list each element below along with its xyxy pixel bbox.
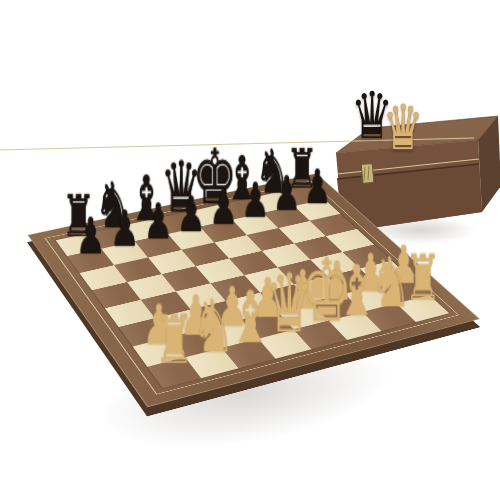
square-c5 xyxy=(162,266,211,291)
black-rook: ♜ xyxy=(285,141,319,196)
chess-board: ♜♞♝♛♚♝♞♜♟♟♟♟♟♟♟♟♟♟♟♟♟♟♟♟♜♞♝♛♚♝♞♜ xyxy=(28,173,480,407)
white-pawn: ♟ xyxy=(385,238,423,290)
scene: ♜♞♝♛♚♝♞♜♟♟♟♟♟♟♟♟♟♟♟♟♟♟♟♟♜♞♝♛♚♝♞♜ xyxy=(0,0,500,500)
board-field: ♜♞♝♛♚♝♞♜♟♟♟♟♟♟♟♟♟♟♟♟♟♟♟♟♜♞♝♛♚♝♞♜ xyxy=(56,185,450,388)
white-rook: ♜ xyxy=(404,246,442,308)
